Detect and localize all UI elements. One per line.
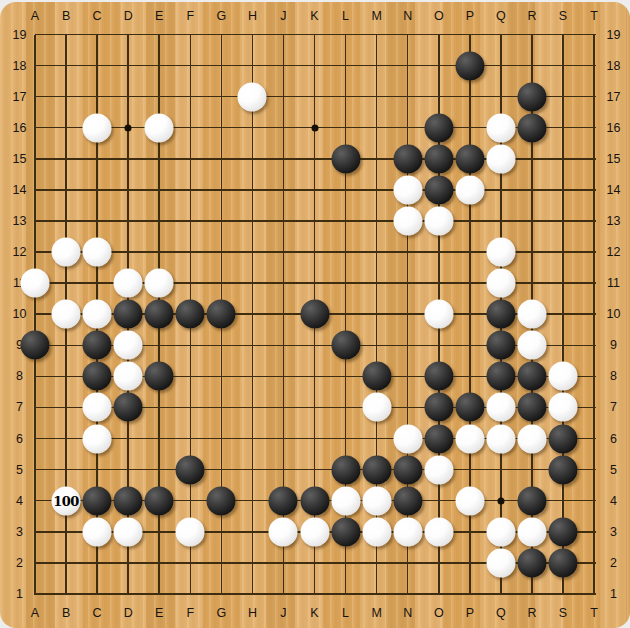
- white-stone-R6: [517, 424, 546, 453]
- black-stone-M5: [362, 455, 391, 484]
- black-stone-C4: [83, 486, 112, 515]
- white-stone-D8: [114, 362, 143, 391]
- coord-bottom-B: B: [62, 606, 70, 620]
- black-stone-P18: [455, 51, 484, 80]
- coord-bottom-T: T: [590, 606, 598, 620]
- coord-top-P: P: [466, 9, 474, 23]
- white-stone-E16: [145, 113, 174, 142]
- coord-bottom-K: K: [310, 606, 318, 620]
- coord-left-10: 10: [13, 307, 27, 321]
- coord-bottom-A: A: [31, 606, 39, 620]
- black-stone-D10: [114, 300, 143, 329]
- black-stone-N4: [393, 486, 422, 515]
- white-stone-B10: [52, 300, 81, 329]
- coord-top-O: O: [434, 9, 444, 23]
- coord-top-A: A: [31, 9, 39, 23]
- white-stone-C7: [83, 393, 112, 422]
- grid-vertical-line: [252, 35, 254, 596]
- go-board[interactable]: AABBCCDDEEFFGGHHJJKKLLMMNNOOPPQQRRSSTT19…: [0, 2, 630, 628]
- coord-left-5: 5: [16, 463, 23, 477]
- black-stone-M8: [362, 362, 391, 391]
- coord-left-7: 7: [16, 400, 23, 414]
- white-stone-D11: [114, 269, 143, 298]
- grid-vertical-line: [562, 35, 564, 596]
- white-stone-N14: [393, 175, 422, 204]
- coord-left-13: 13: [13, 214, 27, 228]
- black-stone-R16: [517, 113, 546, 142]
- coord-top-C: C: [93, 9, 102, 23]
- move-number-label: 100: [53, 494, 79, 507]
- white-stone-Q12: [486, 238, 515, 267]
- black-stone-N5: [393, 455, 422, 484]
- coord-left-2: 2: [16, 556, 23, 570]
- black-stone-O8: [424, 362, 453, 391]
- coord-bottom-Q: Q: [496, 606, 506, 620]
- white-stone-N3: [393, 517, 422, 546]
- black-stone-Q9: [486, 331, 515, 360]
- grid-horizontal-line: [35, 65, 596, 67]
- black-stone-S3: [549, 517, 578, 546]
- black-stone-S2: [549, 548, 578, 577]
- coord-right-8: 8: [610, 369, 617, 383]
- grid-horizontal-line: [35, 189, 596, 191]
- black-stone-A9: [21, 331, 50, 360]
- white-stone-D3: [114, 517, 143, 546]
- white-stone-O10: [424, 300, 453, 329]
- black-stone-G10: [207, 300, 236, 329]
- black-stone-N15: [393, 144, 422, 173]
- black-stone-S6: [549, 424, 578, 453]
- white-stone-Q15: [486, 144, 515, 173]
- white-stone-C3: [83, 517, 112, 546]
- white-stone-J3: [269, 517, 298, 546]
- black-stone-O15: [424, 144, 453, 173]
- white-stone-O13: [424, 206, 453, 235]
- white-stone-S7: [549, 393, 578, 422]
- coord-right-13: 13: [607, 214, 621, 228]
- white-stone-D9: [114, 331, 143, 360]
- grid-vertical-line: [593, 35, 595, 596]
- black-stone-C8: [83, 362, 112, 391]
- coord-top-R: R: [527, 9, 536, 23]
- black-stone-O16: [424, 113, 453, 142]
- white-stone-E11: [145, 269, 174, 298]
- black-stone-G4: [207, 486, 236, 515]
- white-stone-Q7: [486, 393, 515, 422]
- white-stone-F3: [176, 517, 205, 546]
- coord-left-19: 19: [13, 28, 27, 42]
- white-stone-L4: [331, 486, 360, 515]
- white-stone-H17: [238, 82, 267, 111]
- coord-left-15: 15: [13, 152, 27, 166]
- coord-right-2: 2: [610, 556, 617, 570]
- black-stone-O6: [424, 424, 453, 453]
- go-app: { "game": "go", "board_size": 19, "move_…: [0, 0, 630, 628]
- black-stone-J4: [269, 486, 298, 515]
- grid-horizontal-line: [35, 220, 596, 222]
- coord-bottom-S: S: [559, 606, 567, 620]
- white-stone-C12: [83, 238, 112, 267]
- grid-horizontal-line: [35, 34, 596, 36]
- white-stone-A11: [21, 269, 50, 298]
- white-stone-M3: [362, 517, 391, 546]
- coord-right-12: 12: [607, 245, 621, 259]
- coord-top-K: K: [310, 9, 318, 23]
- black-stone-E4: [145, 486, 174, 515]
- coord-top-N: N: [403, 9, 412, 23]
- coord-bottom-N: N: [403, 606, 412, 620]
- white-stone-B4: 100: [52, 486, 81, 515]
- black-stone-R2: [517, 548, 546, 577]
- black-stone-L9: [331, 331, 360, 360]
- coord-right-10: 10: [607, 307, 621, 321]
- coord-right-3: 3: [610, 525, 617, 539]
- white-stone-B12: [52, 238, 81, 267]
- white-stone-P14: [455, 175, 484, 204]
- black-stone-P15: [455, 144, 484, 173]
- white-stone-N13: [393, 206, 422, 235]
- white-stone-Q16: [486, 113, 515, 142]
- white-stone-P4: [455, 486, 484, 515]
- black-stone-P7: [455, 393, 484, 422]
- coord-right-14: 14: [607, 183, 621, 197]
- coord-top-F: F: [186, 9, 194, 23]
- coord-bottom-J: J: [280, 606, 286, 620]
- coord-top-S: S: [559, 9, 567, 23]
- star-point-Q4: [497, 497, 504, 504]
- white-stone-P6: [455, 424, 484, 453]
- black-stone-R7: [517, 393, 546, 422]
- coord-right-7: 7: [610, 400, 617, 414]
- coord-top-L: L: [342, 9, 349, 23]
- black-stone-K10: [300, 300, 329, 329]
- white-stone-Q6: [486, 424, 515, 453]
- coord-bottom-C: C: [93, 606, 102, 620]
- white-stone-K3: [300, 517, 329, 546]
- white-stone-M4: [362, 486, 391, 515]
- black-stone-K4: [300, 486, 329, 515]
- white-stone-N6: [393, 424, 422, 453]
- white-stone-R3: [517, 517, 546, 546]
- coord-top-T: T: [590, 9, 598, 23]
- white-stone-R9: [517, 331, 546, 360]
- grid-horizontal-line: [35, 469, 596, 471]
- black-stone-R4: [517, 486, 546, 515]
- coord-right-18: 18: [607, 59, 621, 73]
- coord-bottom-L: L: [342, 606, 349, 620]
- black-stone-L3: [331, 517, 360, 546]
- coord-bottom-H: H: [248, 606, 257, 620]
- coord-left-6: 6: [16, 432, 23, 446]
- coord-bottom-D: D: [124, 606, 133, 620]
- white-stone-M7: [362, 393, 391, 422]
- coord-left-18: 18: [13, 59, 27, 73]
- black-stone-D4: [114, 486, 143, 515]
- coord-top-B: B: [62, 9, 70, 23]
- coord-right-16: 16: [607, 121, 621, 135]
- white-stone-Q11: [486, 269, 515, 298]
- grid-vertical-line: [34, 35, 36, 596]
- coord-left-4: 4: [16, 494, 23, 508]
- coord-bottom-G: G: [216, 606, 226, 620]
- black-stone-S5: [549, 455, 578, 484]
- coord-bottom-M: M: [371, 606, 381, 620]
- white-stone-O5: [424, 455, 453, 484]
- black-stone-R17: [517, 82, 546, 111]
- coord-bottom-F: F: [186, 606, 194, 620]
- coord-right-17: 17: [607, 90, 621, 104]
- white-stone-C6: [83, 424, 112, 453]
- coord-top-J: J: [280, 9, 286, 23]
- white-stone-Q3: [486, 517, 515, 546]
- coord-left-3: 3: [16, 525, 23, 539]
- black-stone-C9: [83, 331, 112, 360]
- white-stone-Q2: [486, 548, 515, 577]
- white-stone-O3: [424, 517, 453, 546]
- coord-top-G: G: [216, 9, 226, 23]
- white-stone-R10: [517, 300, 546, 329]
- coord-right-11: 11: [607, 276, 620, 290]
- coord-top-D: D: [124, 9, 133, 23]
- coord-left-16: 16: [13, 121, 27, 135]
- coord-bottom-R: R: [527, 606, 536, 620]
- black-stone-L5: [331, 455, 360, 484]
- star-point-K16: [311, 124, 318, 131]
- black-stone-F5: [176, 455, 205, 484]
- coord-right-5: 5: [610, 463, 617, 477]
- coord-bottom-E: E: [155, 606, 163, 620]
- white-stone-S8: [549, 362, 578, 391]
- coord-left-14: 14: [13, 183, 27, 197]
- coord-left-17: 17: [13, 90, 27, 104]
- star-point-D16: [125, 124, 132, 131]
- black-stone-E10: [145, 300, 174, 329]
- coord-top-Q: Q: [496, 9, 506, 23]
- grid-horizontal-line: [35, 96, 596, 98]
- black-stone-D7: [114, 393, 143, 422]
- coord-bottom-P: P: [466, 606, 474, 620]
- coord-right-19: 19: [607, 28, 621, 42]
- black-stone-L15: [331, 144, 360, 173]
- coord-bottom-O: O: [434, 606, 444, 620]
- coord-right-1: 1: [610, 587, 617, 601]
- white-stone-C10: [83, 300, 112, 329]
- coord-right-4: 4: [610, 494, 617, 508]
- coord-top-M: M: [371, 9, 381, 23]
- coord-right-9: 9: [610, 338, 617, 352]
- black-stone-R8: [517, 362, 546, 391]
- coord-right-6: 6: [610, 432, 617, 446]
- grid-horizontal-line: [35, 593, 596, 595]
- coord-left-1: 1: [16, 587, 23, 601]
- black-stone-O7: [424, 393, 453, 422]
- black-stone-F10: [176, 300, 205, 329]
- coord-right-15: 15: [607, 152, 621, 166]
- black-stone-Q10: [486, 300, 515, 329]
- black-stone-Q8: [486, 362, 515, 391]
- coord-left-12: 12: [13, 245, 27, 259]
- coord-top-H: H: [248, 9, 257, 23]
- white-stone-C16: [83, 113, 112, 142]
- coord-top-E: E: [155, 9, 163, 23]
- black-stone-E8: [145, 362, 174, 391]
- black-stone-O14: [424, 175, 453, 204]
- coord-left-8: 8: [16, 369, 23, 383]
